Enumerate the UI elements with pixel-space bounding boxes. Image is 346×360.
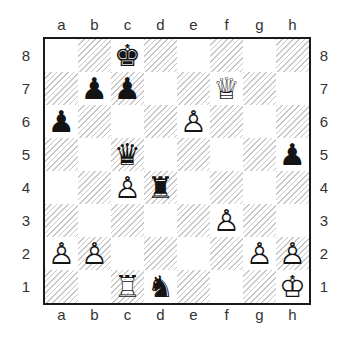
piece-white-pawn: ♟♙ bbox=[210, 204, 243, 237]
square-g3[interactable] bbox=[243, 204, 276, 237]
square-d5[interactable] bbox=[144, 138, 177, 171]
square-b8[interactable] bbox=[78, 39, 111, 72]
square-b1[interactable] bbox=[78, 270, 111, 303]
square-c6[interactable] bbox=[111, 105, 144, 138]
square-d2[interactable] bbox=[144, 237, 177, 270]
piece-black-pawn: ♟ bbox=[45, 105, 78, 138]
piece-black-pawn: ♟ bbox=[111, 72, 144, 105]
rank-label-3: 3 bbox=[14, 204, 38, 237]
piece-white-pawn: ♟♙ bbox=[45, 237, 78, 270]
square-c7[interactable]: ♟ bbox=[111, 72, 144, 105]
piece-black-rook: ♜ bbox=[144, 171, 177, 204]
piece-white-pawn: ♟♙ bbox=[78, 237, 111, 270]
square-f7[interactable]: ♛♕ bbox=[210, 72, 243, 105]
piece-black-pawn: ♟ bbox=[78, 72, 111, 105]
piece-white-king: ♚♔ bbox=[276, 270, 309, 303]
piece-glyph: ♔ bbox=[276, 270, 309, 303]
square-e5[interactable] bbox=[177, 138, 210, 171]
piece-white-rook: ♜♖ bbox=[111, 270, 144, 303]
piece-white-pawn: ♟♙ bbox=[111, 171, 144, 204]
rank-label-1: 1 bbox=[14, 270, 38, 303]
square-b6[interactable] bbox=[78, 105, 111, 138]
file-label-g: g bbox=[243, 17, 276, 32]
piece-glyph: ♞ bbox=[144, 270, 177, 303]
piece-glyph: ♟ bbox=[111, 72, 144, 105]
square-a4[interactable] bbox=[45, 171, 78, 204]
piece-white-pawn: ♟♙ bbox=[177, 105, 210, 138]
piece-glyph: ♟ bbox=[276, 138, 309, 171]
square-b2[interactable]: ♟♙ bbox=[78, 237, 111, 270]
file-label-a: a bbox=[45, 17, 78, 32]
square-h7[interactable] bbox=[276, 72, 309, 105]
square-e4[interactable] bbox=[177, 171, 210, 204]
piece-glyph: ♖ bbox=[111, 270, 144, 303]
rank-label-8: 8 bbox=[14, 39, 38, 72]
file-label-f: f bbox=[210, 307, 243, 322]
square-d8[interactable] bbox=[144, 39, 177, 72]
rank-label-6: 6 bbox=[14, 105, 38, 138]
square-h8[interactable] bbox=[276, 39, 309, 72]
rank-label-2: 2 bbox=[14, 237, 38, 270]
piece-black-king: ♚ bbox=[111, 39, 144, 72]
square-a5[interactable] bbox=[45, 138, 78, 171]
square-f6[interactable] bbox=[210, 105, 243, 138]
file-label-h: h bbox=[276, 307, 309, 322]
square-c8[interactable]: ♚ bbox=[111, 39, 144, 72]
square-f5[interactable] bbox=[210, 138, 243, 171]
piece-black-queen: ♛ bbox=[111, 138, 144, 171]
piece-glyph: ♙ bbox=[111, 171, 144, 204]
piece-glyph: ♙ bbox=[210, 204, 243, 237]
square-g4[interactable] bbox=[243, 171, 276, 204]
piece-glyph: ♙ bbox=[243, 237, 276, 270]
piece-white-pawn: ♟♙ bbox=[243, 237, 276, 270]
square-g7[interactable] bbox=[243, 72, 276, 105]
square-e2[interactable] bbox=[177, 237, 210, 270]
piece-glyph: ♜ bbox=[144, 171, 177, 204]
piece-glyph: ♙ bbox=[276, 237, 309, 270]
square-c5[interactable]: ♛ bbox=[111, 138, 144, 171]
file-label-h: h bbox=[276, 17, 309, 32]
square-d3[interactable] bbox=[144, 204, 177, 237]
square-f3[interactable]: ♟♙ bbox=[210, 204, 243, 237]
square-h2[interactable]: ♟♙ bbox=[276, 237, 309, 270]
square-a2[interactable]: ♟♙ bbox=[45, 237, 78, 270]
file-labels-top: abcdefgh bbox=[45, 12, 309, 32]
rank-label-8: 8 bbox=[312, 39, 336, 72]
file-label-c: c bbox=[111, 307, 144, 322]
piece-white-pawn: ♟♙ bbox=[276, 237, 309, 270]
piece-glyph: ♙ bbox=[78, 237, 111, 270]
square-g5[interactable] bbox=[243, 138, 276, 171]
square-a6[interactable]: ♟ bbox=[45, 105, 78, 138]
square-c1[interactable]: ♜♖ bbox=[111, 270, 144, 303]
square-b5[interactable] bbox=[78, 138, 111, 171]
square-a3[interactable] bbox=[45, 204, 78, 237]
file-label-a: a bbox=[45, 307, 78, 322]
square-h4[interactable] bbox=[276, 171, 309, 204]
piece-black-knight: ♞ bbox=[144, 270, 177, 303]
square-g2[interactable]: ♟♙ bbox=[243, 237, 276, 270]
file-label-d: d bbox=[144, 17, 177, 32]
square-g1[interactable] bbox=[243, 270, 276, 303]
square-c3[interactable] bbox=[111, 204, 144, 237]
rank-label-4: 4 bbox=[14, 171, 38, 204]
square-e7[interactable] bbox=[177, 72, 210, 105]
square-b4[interactable] bbox=[78, 171, 111, 204]
square-e6[interactable]: ♟♙ bbox=[177, 105, 210, 138]
square-c4[interactable]: ♟♙ bbox=[111, 171, 144, 204]
file-label-e: e bbox=[177, 307, 210, 322]
piece-glyph: ♚ bbox=[111, 39, 144, 72]
file-label-b: b bbox=[78, 307, 111, 322]
chess-board: ♚♟♟♛♕♟♟♙♛♟♟♙♜♟♙♟♙♟♙♟♙♟♙♜♖♞♚♔ bbox=[43, 37, 311, 305]
rank-label-4: 4 bbox=[312, 171, 336, 204]
piece-glyph: ♙ bbox=[177, 105, 210, 138]
square-a7[interactable] bbox=[45, 72, 78, 105]
file-label-g: g bbox=[243, 307, 276, 322]
rank-labels-right: 87654321 bbox=[312, 39, 336, 303]
piece-black-pawn: ♟ bbox=[276, 138, 309, 171]
rank-label-7: 7 bbox=[312, 72, 336, 105]
square-b3[interactable] bbox=[78, 204, 111, 237]
rank-label-1: 1 bbox=[312, 270, 336, 303]
rank-label-5: 5 bbox=[14, 138, 38, 171]
square-b7[interactable]: ♟ bbox=[78, 72, 111, 105]
square-f1[interactable] bbox=[210, 270, 243, 303]
square-e1[interactable] bbox=[177, 270, 210, 303]
square-h5[interactable]: ♟ bbox=[276, 138, 309, 171]
square-d6[interactable] bbox=[144, 105, 177, 138]
square-d4[interactable]: ♜ bbox=[144, 171, 177, 204]
square-h3[interactable] bbox=[276, 204, 309, 237]
piece-glyph: ♙ bbox=[45, 237, 78, 270]
square-f2[interactable] bbox=[210, 237, 243, 270]
square-d7[interactable] bbox=[144, 72, 177, 105]
rank-label-6: 6 bbox=[312, 105, 336, 138]
piece-glyph: ♛ bbox=[111, 138, 144, 171]
rank-labels-left: 87654321 bbox=[14, 39, 38, 303]
rank-label-2: 2 bbox=[312, 237, 336, 270]
square-f4[interactable] bbox=[210, 171, 243, 204]
square-h1[interactable]: ♚♔ bbox=[276, 270, 309, 303]
file-label-f: f bbox=[210, 17, 243, 32]
piece-glyph: ♕ bbox=[210, 72, 243, 105]
file-labels-bottom: abcdefgh bbox=[45, 307, 309, 327]
square-h6[interactable] bbox=[276, 105, 309, 138]
square-c2[interactable] bbox=[111, 237, 144, 270]
piece-glyph: ♟ bbox=[78, 72, 111, 105]
square-g6[interactable] bbox=[243, 105, 276, 138]
file-label-d: d bbox=[144, 307, 177, 322]
piece-glyph: ♟ bbox=[45, 105, 78, 138]
square-e3[interactable] bbox=[177, 204, 210, 237]
rank-label-5: 5 bbox=[312, 138, 336, 171]
file-label-c: c bbox=[111, 17, 144, 32]
square-a1[interactable] bbox=[45, 270, 78, 303]
file-label-b: b bbox=[78, 17, 111, 32]
chess-diagram: abcdefgh 87654321 ♚♟♟♛♕♟♟♙♛♟♟♙♜♟♙♟♙♟♙♟♙♟… bbox=[0, 0, 346, 360]
piece-white-queen: ♛♕ bbox=[210, 72, 243, 105]
square-d1[interactable]: ♞ bbox=[144, 270, 177, 303]
rank-label-7: 7 bbox=[14, 72, 38, 105]
square-g8[interactable] bbox=[243, 39, 276, 72]
file-label-e: e bbox=[177, 17, 210, 32]
square-f8[interactable] bbox=[210, 39, 243, 72]
rank-label-3: 3 bbox=[312, 204, 336, 237]
square-a8[interactable] bbox=[45, 39, 78, 72]
square-e8[interactable] bbox=[177, 39, 210, 72]
